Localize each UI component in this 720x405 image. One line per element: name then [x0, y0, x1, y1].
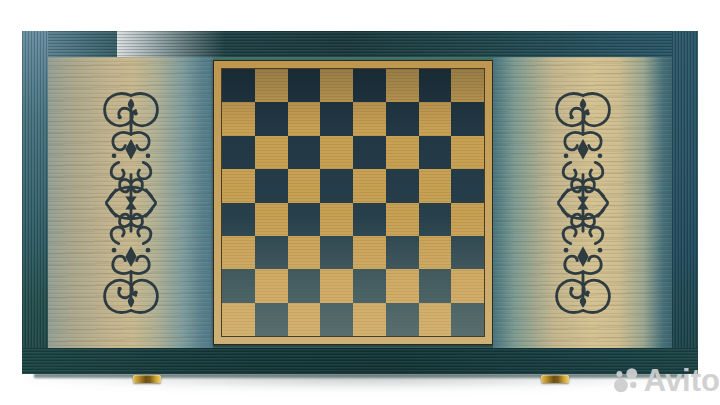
board-square [353, 69, 386, 102]
board-square [255, 203, 288, 236]
avito-logo-icon [612, 365, 642, 395]
box-lid-inner [48, 57, 672, 348]
board-square [288, 203, 321, 236]
box-frame-right [672, 31, 698, 374]
box-frame-left [22, 31, 48, 374]
board-square [386, 169, 419, 202]
board-square [255, 136, 288, 169]
board-square [419, 236, 452, 269]
board-square [386, 236, 419, 269]
board-square [419, 136, 452, 169]
board-square [451, 236, 484, 269]
board-square [419, 269, 452, 302]
board-square [222, 169, 255, 202]
board-square [320, 169, 353, 202]
board-square [255, 69, 288, 102]
board-square [320, 136, 353, 169]
board-square [320, 203, 353, 236]
board-square [419, 102, 452, 135]
board-square [386, 203, 419, 236]
right-oak-panel [493, 57, 672, 348]
box-frame-top [22, 31, 698, 57]
board-square [353, 203, 386, 236]
board-square [353, 236, 386, 269]
board-square [386, 69, 419, 102]
board-square [320, 269, 353, 302]
arabesque-ornament-icon [550, 85, 616, 321]
board-square [255, 236, 288, 269]
board-square [451, 169, 484, 202]
board-square [255, 303, 288, 336]
board-square [353, 136, 386, 169]
board-square [419, 69, 452, 102]
brass-hinge-right [541, 375, 569, 383]
box-frame-bottom [22, 348, 698, 374]
board-square [419, 303, 452, 336]
arabesque-ornament-icon [98, 85, 164, 321]
board-squares [221, 68, 485, 337]
brass-hinge-left [133, 375, 161, 383]
drop-shadow [26, 374, 694, 390]
board-square [288, 69, 321, 102]
board-square [320, 303, 353, 336]
board-square [288, 102, 321, 135]
game-box [22, 31, 698, 374]
board-square [451, 303, 484, 336]
board-square [451, 269, 484, 302]
chessboard [213, 60, 493, 345]
chessboard-column [213, 57, 493, 348]
board-square [386, 102, 419, 135]
board-square [288, 136, 321, 169]
avito-brand-label: Avito [644, 365, 720, 396]
board-square [222, 102, 255, 135]
board-square [353, 303, 386, 336]
board-square [419, 203, 452, 236]
board-square [255, 102, 288, 135]
board-square [288, 236, 321, 269]
board-square [320, 236, 353, 269]
board-square [288, 303, 321, 336]
board-square [353, 269, 386, 302]
board-square [386, 303, 419, 336]
board-square [386, 269, 419, 302]
board-square [222, 236, 255, 269]
board-square [222, 69, 255, 102]
left-oak-panel [48, 57, 213, 348]
board-square [451, 136, 484, 169]
board-square [386, 136, 419, 169]
board-square [451, 203, 484, 236]
board-square [451, 69, 484, 102]
board-square [419, 169, 452, 202]
board-square [353, 102, 386, 135]
board-square [255, 269, 288, 302]
avito-watermark: Avito [612, 358, 720, 402]
board-square [288, 269, 321, 302]
board-square [222, 269, 255, 302]
board-square [353, 169, 386, 202]
board-square [320, 102, 353, 135]
board-square [222, 136, 255, 169]
photo-stage: Avito [0, 0, 720, 405]
board-square [288, 169, 321, 202]
board-square [222, 303, 255, 336]
board-square [255, 169, 288, 202]
board-square [320, 69, 353, 102]
board-square [222, 203, 255, 236]
board-square [451, 102, 484, 135]
